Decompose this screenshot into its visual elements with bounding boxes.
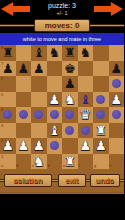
square-d3[interactable]: ♝ (47, 123, 63, 139)
move-hint-dot[interactable] (65, 126, 74, 135)
square-a6[interactable]: 6 (0, 76, 16, 92)
move-hint-dot[interactable] (112, 79, 121, 88)
solution-button[interactable]: solution (4, 174, 52, 187)
status-bar: white to move and mate in three (0, 33, 124, 45)
square-e4[interactable] (62, 107, 78, 123)
square-b1[interactable]: b (16, 154, 32, 170)
square-h4[interactable] (109, 107, 125, 123)
square-d5[interactable]: ♟ (47, 92, 63, 108)
file-label-f: f (79, 164, 80, 168)
square-h3[interactable] (109, 123, 125, 139)
square-f1[interactable]: f (78, 154, 94, 170)
square-c3[interactable] (31, 123, 47, 139)
square-b3[interactable] (16, 123, 32, 139)
file-label-h: h (110, 164, 112, 168)
square-g7[interactable] (93, 61, 109, 77)
black-king-piece[interactable]: ♚ (64, 61, 76, 77)
file-label-a: a (1, 164, 3, 168)
square-a1[interactable]: 1a (0, 154, 16, 170)
black-pawn-piece[interactable]: ♟ (2, 61, 14, 77)
square-h5[interactable]: ♟ (109, 92, 125, 108)
white-rook-piece[interactable]: ♜ (95, 123, 107, 139)
white-bishop-piece[interactable]: ♝ (48, 123, 60, 139)
black-pawn-piece[interactable]: ♟ (64, 76, 76, 92)
square-a2[interactable]: 2♟ (0, 138, 16, 154)
rank-label-7: 7 (1, 62, 3, 66)
moves-counter: moves: 0 (34, 19, 90, 32)
move-hint-dot[interactable] (65, 110, 74, 119)
black-pawn-piece[interactable]: ♟ (17, 61, 29, 77)
square-h8[interactable] (109, 45, 125, 61)
square-g4[interactable] (93, 107, 109, 123)
square-b6[interactable] (16, 76, 32, 92)
rank-label-8: 8 (1, 46, 3, 50)
file-label-c: c (32, 164, 34, 168)
square-f7[interactable] (78, 61, 94, 77)
white-pawn-piece[interactable]: ♟ (33, 138, 45, 154)
rank-label-2: 2 (1, 139, 3, 143)
black-rook-piece[interactable]: ♜ (64, 45, 76, 61)
rank-label-5: 5 (1, 93, 3, 97)
chess-puzzle-app: puzzle: 3 +/- 1 moves: 0 white to move a… (0, 0, 124, 220)
square-e5[interactable]: ♞ (62, 92, 78, 108)
square-f5[interactable]: ♝ (78, 92, 94, 108)
square-b2[interactable]: ♟ (16, 138, 32, 154)
square-c6[interactable] (31, 76, 47, 92)
square-b8[interactable] (16, 45, 32, 61)
puzzle-number-label: puzzle: 3 (32, 1, 92, 10)
square-a7[interactable]: 7♟ (0, 61, 16, 77)
square-h6[interactable] (109, 76, 125, 92)
rank-label-6: 6 (1, 77, 3, 81)
square-e6[interactable]: ♟ (62, 76, 78, 92)
square-c4[interactable] (31, 107, 47, 123)
move-hint-dot[interactable] (96, 95, 105, 104)
white-pawn-piece[interactable]: ♟ (79, 138, 91, 154)
bottom-bar: solution exit undo (0, 169, 124, 194)
square-f2[interactable]: ♟ (78, 138, 94, 154)
next-puzzle-arrow-icon[interactable] (94, 2, 123, 16)
square-e1[interactable]: e♜ (62, 154, 78, 170)
square-a4[interactable]: 4 (0, 107, 16, 123)
move-hint-dot[interactable] (19, 110, 28, 119)
exit-button[interactable]: exit (58, 174, 86, 187)
black-knight-piece[interactable]: ♞ (48, 45, 60, 61)
black-pawn-piece[interactable]: ♟ (110, 61, 122, 77)
square-e8[interactable]: ♜ (62, 45, 78, 61)
white-pawn-piece[interactable]: ♟ (2, 138, 14, 154)
white-pawn-piece[interactable]: ♟ (48, 92, 60, 108)
square-g1[interactable]: g (93, 154, 109, 170)
square-g8[interactable] (93, 45, 109, 61)
square-d1[interactable]: d (47, 154, 63, 170)
move-hint-dot[interactable] (34, 110, 43, 119)
file-label-d: d (48, 164, 50, 168)
rank-label-1: 1 (1, 155, 3, 159)
black-knight-piece[interactable]: ♞ (79, 45, 91, 61)
square-d7[interactable] (47, 61, 63, 77)
white-rook-piece[interactable]: ♜ (64, 154, 76, 170)
move-hint-dot[interactable] (112, 110, 121, 119)
square-c5[interactable] (31, 92, 47, 108)
move-hint-dot[interactable] (50, 141, 59, 150)
rank-label-4: 4 (1, 108, 3, 112)
white-pawn-piece[interactable]: ♟ (95, 138, 107, 154)
square-b7[interactable]: ♟ (16, 61, 32, 77)
white-queen-piece[interactable]: ♛ (79, 107, 91, 123)
undo-button[interactable]: undo (90, 174, 120, 187)
square-a3[interactable]: 3 (0, 123, 16, 139)
prev-puzzle-arrow-icon[interactable] (1, 2, 30, 16)
square-f8[interactable]: ♞ (78, 45, 94, 61)
square-g2[interactable]: ♟ (93, 138, 109, 154)
rank-label-3: 3 (1, 124, 3, 128)
white-knight-piece[interactable]: ♞ (33, 154, 45, 170)
square-d6[interactable] (47, 76, 63, 92)
square-c7[interactable]: ♟ (31, 61, 47, 77)
black-rook-piece[interactable]: ♜ (2, 45, 14, 61)
puzzle-rating-label: +/- 1 (32, 10, 92, 17)
square-f3[interactable] (78, 123, 94, 139)
square-h1[interactable]: h (109, 154, 125, 170)
square-e3[interactable] (62, 123, 78, 139)
moves-banner: moves: 0 (0, 18, 124, 33)
square-d4[interactable] (47, 107, 63, 123)
square-b4[interactable] (16, 107, 32, 123)
move-hint-dot[interactable] (50, 110, 59, 119)
square-e7[interactable]: ♚ (62, 61, 78, 77)
square-a5[interactable]: 5 (0, 92, 16, 108)
square-f4[interactable]: ♛ (78, 107, 94, 123)
square-g5[interactable] (93, 92, 109, 108)
square-d2[interactable] (47, 138, 63, 154)
move-hint-dot[interactable] (96, 110, 105, 119)
white-pawn-piece[interactable]: ♟ (17, 138, 29, 154)
move-hint-dot[interactable] (81, 126, 90, 135)
square-f6[interactable] (78, 76, 94, 92)
chess-board: 8♜♝♞♜♞7♟♟♟♚♟6♟5♟♞♝♟4♛3♝♜2♟♟♟♟♟1abc♞de♜fg… (0, 45, 124, 169)
square-h2[interactable] (109, 138, 125, 154)
top-bar: puzzle: 3 +/- 1 (0, 0, 124, 18)
puzzle-info: puzzle: 3 +/- 1 (32, 1, 92, 17)
black-bishop-piece-highlighted[interactable]: ♝ (79, 92, 91, 108)
file-label-g: g (94, 164, 96, 168)
black-bishop-piece[interactable]: ♝ (33, 45, 45, 61)
square-c8[interactable]: ♝ (31, 45, 47, 61)
square-g6[interactable] (93, 76, 109, 92)
square-e2[interactable] (62, 138, 78, 154)
black-pawn-piece[interactable]: ♟ (33, 61, 45, 77)
square-g3[interactable]: ♜ (93, 123, 109, 139)
move-hint-dot[interactable] (3, 110, 12, 119)
square-h7[interactable]: ♟ (109, 61, 125, 77)
square-a8[interactable]: 8♜ (0, 45, 16, 61)
white-pawn-piece[interactable]: ♟ (110, 92, 122, 108)
file-label-e: e (63, 164, 65, 168)
square-b5[interactable] (16, 92, 32, 108)
file-label-b: b (17, 164, 19, 168)
square-c2[interactable]: ♟ (31, 138, 47, 154)
white-knight-piece[interactable]: ♞ (64, 92, 76, 108)
square-d8[interactable]: ♞ (47, 45, 63, 61)
square-c1[interactable]: c♞ (31, 154, 47, 170)
